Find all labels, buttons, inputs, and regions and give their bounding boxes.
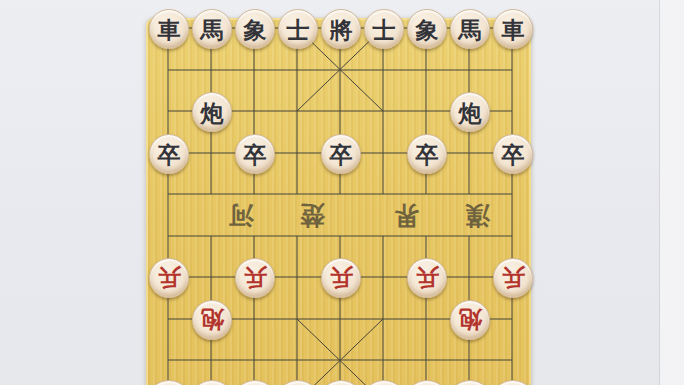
- piece-black-chariot-left[interactable]: 車: [149, 9, 189, 49]
- piece-glyph: 士: [373, 18, 396, 41]
- piece-glyph: 士: [287, 18, 310, 41]
- piece-glyph: 卒: [158, 143, 181, 166]
- piece-red-soldier-g[interactable]: 兵: [407, 258, 447, 298]
- piece-glyph: 炮: [459, 101, 482, 124]
- piece-glyph: 車: [502, 18, 525, 41]
- piece-glyph: 兵: [158, 267, 181, 290]
- piece-glyph: 卒: [244, 143, 267, 166]
- river-text-han-jie: 漢界: [348, 199, 490, 231]
- piece-red-soldier-i[interactable]: 兵: [493, 258, 533, 298]
- photo-scene: 楚河 漢界 車馬象士將士象馬車炮炮卒卒卒卒卒兵兵兵兵兵炮炮車馬相仕帥仕相馬車: [0, 0, 684, 385]
- piece-black-soldier-g[interactable]: 卒: [407, 134, 447, 174]
- background-seam-line: [659, 0, 660, 385]
- piece-glyph: 兵: [502, 267, 525, 290]
- piece-glyph: 卒: [416, 143, 439, 166]
- piece-black-cannon-right[interactable]: 炮: [450, 92, 490, 132]
- piece-glyph: 卒: [330, 143, 353, 166]
- xiangqi-board[interactable]: 楚河 漢界 車馬象士將士象馬車炮炮卒卒卒卒卒兵兵兵兵兵炮炮車馬相仕帥仕相馬車: [146, 18, 531, 385]
- piece-red-cannon-right[interactable]: 炮: [450, 300, 490, 340]
- piece-red-soldier-e[interactable]: 兵: [321, 258, 361, 298]
- piece-black-soldier-c[interactable]: 卒: [235, 134, 275, 174]
- piece-black-advisor-right[interactable]: 士: [364, 9, 404, 49]
- piece-black-chariot-right[interactable]: 車: [493, 9, 533, 49]
- piece-glyph: 炮: [201, 309, 224, 332]
- piece-glyph: 炮: [201, 101, 224, 124]
- piece-glyph: 象: [244, 18, 267, 41]
- piece-glyph: 將: [330, 18, 353, 41]
- piece-black-advisor-left[interactable]: 士: [278, 9, 318, 49]
- piece-black-elephant-left[interactable]: 象: [235, 9, 275, 49]
- piece-glyph: 車: [158, 18, 181, 41]
- piece-glyph: 卒: [502, 143, 525, 166]
- piece-red-soldier-a[interactable]: 兵: [149, 258, 189, 298]
- piece-black-soldier-a[interactable]: 卒: [149, 134, 189, 174]
- piece-black-elephant-right[interactable]: 象: [407, 9, 447, 49]
- piece-red-cannon-left[interactable]: 炮: [192, 300, 232, 340]
- piece-glyph: 兵: [244, 267, 267, 290]
- piece-glyph: 炮: [459, 309, 482, 332]
- piece-black-general[interactable]: 將: [321, 9, 361, 49]
- background-right-panel: [660, 0, 684, 385]
- piece-black-cannon-left[interactable]: 炮: [192, 92, 232, 132]
- piece-red-soldier-c[interactable]: 兵: [235, 258, 275, 298]
- river-text-chu-he: 楚河: [183, 199, 325, 231]
- piece-black-soldier-i[interactable]: 卒: [493, 134, 533, 174]
- piece-glyph: 象: [416, 18, 439, 41]
- piece-black-horse-right[interactable]: 馬: [450, 9, 490, 49]
- piece-glyph: 兵: [330, 267, 353, 290]
- piece-black-soldier-e[interactable]: 卒: [321, 134, 361, 174]
- piece-black-horse-left[interactable]: 馬: [192, 9, 232, 49]
- piece-glyph: 兵: [416, 267, 439, 290]
- piece-glyph: 馬: [201, 18, 224, 41]
- piece-glyph: 馬: [459, 18, 482, 41]
